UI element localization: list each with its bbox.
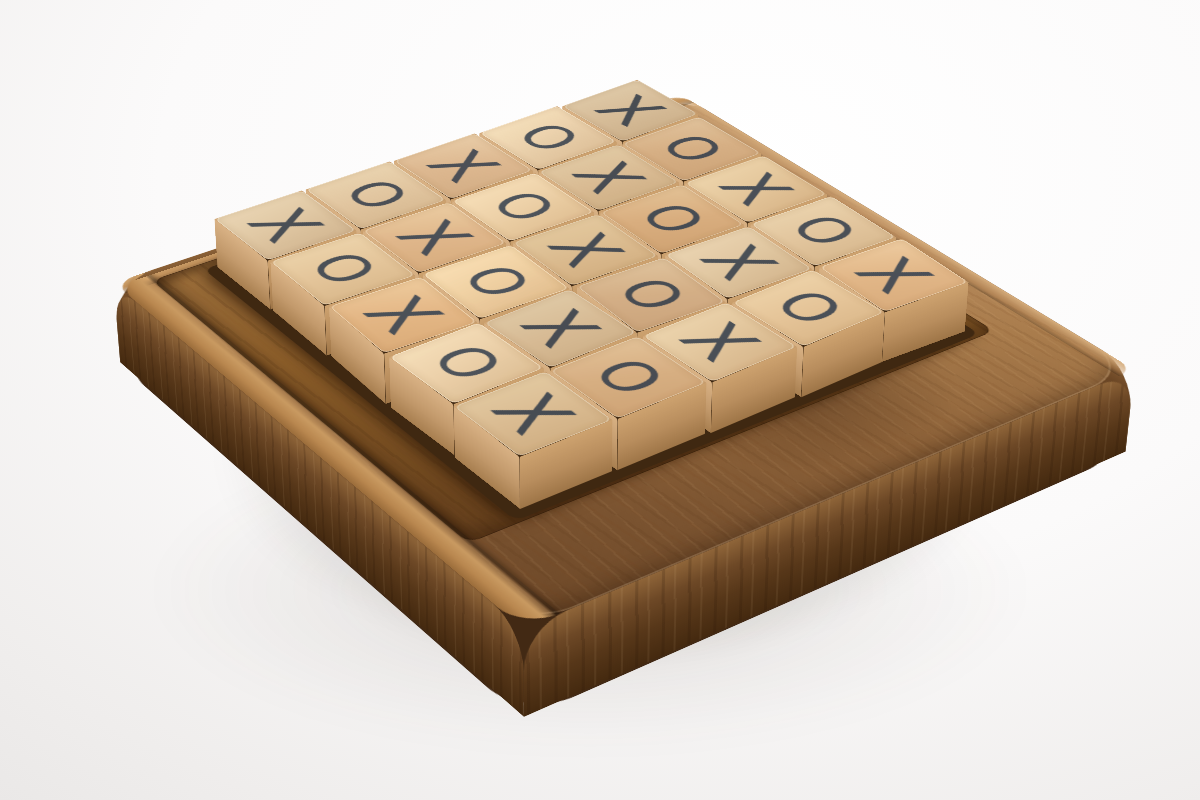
photo-scene: XOXOXOXOXOXOXOXOXOXOXOXOX xyxy=(0,0,1200,800)
o-mark: O xyxy=(479,186,566,228)
o-mark: O xyxy=(649,130,734,167)
o-mark: O xyxy=(419,339,513,386)
o-mark: O xyxy=(762,285,854,331)
x-mark: X xyxy=(535,227,637,273)
x-mark: X xyxy=(583,89,676,131)
o-mark: O xyxy=(580,353,676,402)
x-mark: X xyxy=(560,156,658,198)
o-mark: O xyxy=(451,260,541,302)
x-mark: X xyxy=(415,144,512,188)
o-mark: O xyxy=(779,210,868,251)
x-mark: X xyxy=(666,315,772,368)
o-mark: O xyxy=(332,175,419,216)
o-mark: O xyxy=(628,198,716,238)
x-mark: X xyxy=(350,289,455,341)
x-mark: X xyxy=(384,213,485,261)
o-mark: O xyxy=(297,247,387,291)
x-mark: X xyxy=(687,239,790,286)
block-r5c5-X[interactable]: X xyxy=(455,422,612,509)
o-mark: O xyxy=(506,118,590,156)
x-mark: X xyxy=(507,302,613,353)
x-mark: X xyxy=(842,251,945,300)
x-mark: X xyxy=(707,167,805,211)
product-photo-page: { "game": { "name": "Tic-Tac-Toe (wooden… xyxy=(0,0,1200,800)
o-mark: O xyxy=(605,273,696,317)
x-mark: X xyxy=(477,386,588,442)
x-mark: X xyxy=(235,202,336,248)
